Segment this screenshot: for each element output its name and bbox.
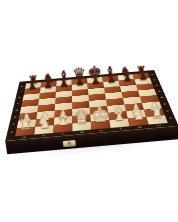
board-stage: ♜♞♝♛♚♝♞♜♟♟♟♟♟♟♟♟♟♟♟♟♟♟♟♟♜♞♝♛♚♝♞♜ abcdefg… <box>7 19 172 184</box>
piece-white-queen-d1[interactable]: ♛ <box>72 107 91 127</box>
piece-white-knight-g1[interactable]: ♞ <box>130 106 145 123</box>
brass-latch-icon <box>63 140 76 147</box>
piece-white-bishop-c1[interactable]: ♝ <box>54 111 70 129</box>
perspective-wrap: ♜♞♝♛♚♝♞♜♟♟♟♟♟♟♟♟♟♟♟♟♟♟♟♟♜♞♝♛♚♝♞♜ abcdefg… <box>7 19 172 184</box>
chess-set-photo: ♜♞♝♛♚♝♞♜♟♟♟♟♟♟♟♟♟♟♟♟♟♟♟♟♜♞♝♛♚♝♞♜ abcdefg… <box>0 0 178 222</box>
latch-pin-icon <box>68 142 72 145</box>
piece-white-rook-a1[interactable]: ♜ <box>18 117 32 133</box>
piece-white-king-e1[interactable]: ♚ <box>90 104 110 125</box>
piece-black-pawn-a7[interactable]: ♟ <box>27 81 37 92</box>
piece-black-pawn-e7[interactable]: ♟ <box>90 75 100 86</box>
piece-white-rook-h1[interactable]: ♜ <box>149 105 163 121</box>
piece-black-pawn-d7[interactable]: ♟ <box>74 76 84 87</box>
piece-black-pawn-h7[interactable]: ♟ <box>138 71 148 82</box>
piece-black-pawn-g7[interactable]: ♟ <box>122 72 132 83</box>
piece-black-pawn-f7[interactable]: ♟ <box>106 74 116 85</box>
chess-board: ♜♞♝♛♚♝♞♜♟♟♟♟♟♟♟♟♟♟♟♟♟♟♟♟♜♞♝♛♚♝♞♜ abcdefg… <box>5 70 178 141</box>
board-grid: ♜♞♝♛♚♝♞♜♟♟♟♟♟♟♟♟♟♟♟♟♟♟♟♟♜♞♝♛♚♝♞♜ <box>15 73 168 136</box>
piece-white-bishop-f1[interactable]: ♝ <box>110 106 126 124</box>
piece-white-knight-b1[interactable]: ♞ <box>36 114 51 131</box>
rank-label-1: 1 <box>166 115 175 123</box>
square-a5[interactable] <box>21 99 39 107</box>
piece-black-pawn-c7[interactable]: ♟ <box>58 78 68 89</box>
piece-black-pawn-b7[interactable]: ♟ <box>43 79 53 90</box>
